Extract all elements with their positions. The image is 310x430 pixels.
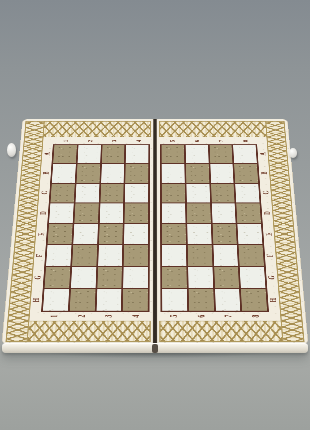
- clasp-knob-left: [7, 143, 16, 157]
- coordinate-label: E: [263, 224, 275, 245]
- clasp-knob-right: [289, 148, 297, 158]
- chessboard: 1234 1234 ABCDEFGH 5678 5678 ABCDEFGH: [1, 119, 308, 345]
- coordinate-label: 8: [232, 137, 257, 144]
- square-e4: [124, 224, 148, 244]
- square-f3: [98, 245, 123, 266]
- rank-labels-bottom-left: 1234: [40, 312, 149, 321]
- square-d6: [187, 204, 211, 223]
- coordinate-label: F: [264, 245, 276, 267]
- square-a5: [162, 145, 185, 163]
- square-f6: [188, 245, 213, 266]
- square-d4: [125, 204, 149, 223]
- square-f4: [124, 245, 148, 266]
- square-b7: [210, 164, 234, 182]
- square-d7: [212, 204, 236, 223]
- board-front-edge: [2, 343, 308, 353]
- square-h8: [241, 289, 267, 311]
- square-h5: [162, 289, 187, 311]
- square-c2: [75, 184, 99, 203]
- coordinate-label: 1: [40, 312, 68, 321]
- coordinate-label: 5: [160, 137, 184, 144]
- square-e5: [162, 224, 186, 244]
- square-b1: [52, 164, 76, 182]
- square-f8: [239, 245, 264, 266]
- square-g7: [214, 267, 239, 288]
- square-c5: [162, 184, 185, 203]
- square-f1: [46, 245, 71, 266]
- square-f5: [162, 245, 186, 266]
- square-a4: [126, 145, 149, 163]
- square-d2: [74, 204, 98, 223]
- coordinate-label: 4: [126, 137, 150, 144]
- square-e3: [99, 224, 123, 244]
- square-c7: [211, 184, 235, 203]
- square-e8: [238, 224, 263, 244]
- square-b6: [186, 164, 209, 182]
- square-a6: [185, 145, 208, 163]
- square-c3: [100, 184, 124, 203]
- square-g1: [45, 267, 71, 288]
- square-h4: [123, 289, 148, 311]
- coordinate-label: 7: [215, 312, 243, 321]
- square-b5: [162, 164, 185, 182]
- square-h7: [215, 289, 241, 311]
- squares-grid-left: [41, 144, 150, 311]
- coordinate-label: 3: [95, 312, 122, 321]
- coordinate-label: 6: [188, 312, 215, 321]
- square-g2: [71, 267, 96, 288]
- square-c4: [125, 184, 148, 203]
- coordinate-label: A: [257, 144, 268, 163]
- square-a8: [233, 145, 257, 163]
- coordinate-label: 6: [184, 137, 208, 144]
- square-a2: [77, 145, 100, 163]
- square-b2: [76, 164, 100, 182]
- square-c8: [235, 184, 259, 203]
- square-a3: [102, 145, 125, 163]
- square-a7: [209, 145, 232, 163]
- square-c1: [50, 184, 74, 203]
- square-d3: [99, 204, 123, 223]
- square-g8: [240, 267, 266, 288]
- backdrop: 1234 1234 ABCDEFGH 5678 5678 ABCDEFGH: [0, 0, 310, 430]
- square-h3: [96, 289, 121, 311]
- square-e2: [73, 224, 98, 244]
- coordinate-label: G: [266, 266, 278, 288]
- square-h1: [43, 289, 69, 311]
- square-b8: [234, 164, 258, 182]
- coordinate-label: H: [267, 289, 280, 312]
- square-c6: [186, 184, 210, 203]
- square-e7: [212, 224, 237, 244]
- rank-labels-bottom-right: 5678: [160, 312, 269, 321]
- board-half-right: 5678 5678 ABCDEFGH: [157, 119, 309, 345]
- square-d5: [162, 204, 186, 223]
- square-b4: [125, 164, 148, 182]
- square-g5: [162, 267, 187, 288]
- square-d1: [49, 204, 74, 223]
- square-g3: [97, 267, 122, 288]
- coordinate-label: 7: [208, 137, 233, 144]
- square-e1: [48, 224, 73, 244]
- coordinate-label: 1: [53, 137, 78, 144]
- coordinate-label: 5: [160, 312, 187, 321]
- square-b3: [101, 164, 124, 182]
- rank-labels-top-left: 1234: [53, 137, 150, 144]
- coordinate-label: 2: [77, 137, 102, 144]
- square-e6: [187, 224, 211, 244]
- square-d8: [236, 204, 261, 223]
- coordinate-label: B: [258, 163, 269, 183]
- squares-grid-right: [160, 144, 269, 311]
- square-g4: [123, 267, 148, 288]
- square-a1: [53, 145, 77, 163]
- coordinate-label: 4: [122, 312, 149, 321]
- coordinate-label: C: [260, 183, 272, 203]
- coordinate-label: 2: [68, 312, 96, 321]
- rank-labels-top-right: 5678: [160, 137, 257, 144]
- board-half-left: 1234 1234 ABCDEFGH: [1, 119, 153, 345]
- square-f7: [213, 245, 238, 266]
- square-h6: [188, 289, 213, 311]
- coordinate-label: 3: [101, 137, 125, 144]
- square-f2: [72, 245, 97, 266]
- coordinate-label: D: [261, 203, 273, 224]
- square-g6: [188, 267, 213, 288]
- square-h2: [70, 289, 96, 311]
- coordinate-label: 8: [242, 312, 270, 321]
